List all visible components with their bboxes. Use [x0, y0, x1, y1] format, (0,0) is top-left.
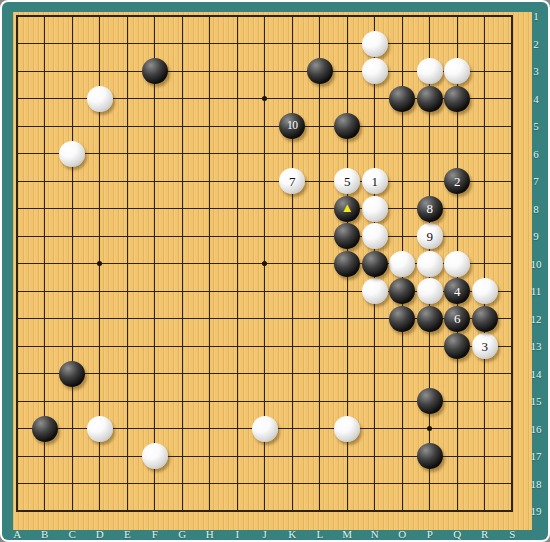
row-label-10: 10 [531, 258, 542, 269]
stone-black-C14[interactable] [59, 361, 85, 387]
stone-white-P11[interactable] [417, 278, 443, 304]
row-label-11: 11 [531, 286, 542, 297]
column-label-F: F [152, 529, 158, 540]
column-label-D: D [96, 529, 104, 540]
stone-white-N7[interactable]: 1 [362, 168, 388, 194]
grid-line-vertical [319, 15, 320, 512]
row-label-17: 17 [531, 451, 542, 462]
move-number-label: 1 [372, 175, 379, 188]
column-label-G: G [178, 529, 186, 540]
row-label-12: 12 [531, 313, 542, 324]
column-label-Q: Q [453, 529, 461, 540]
grid-line-vertical [292, 15, 293, 512]
stone-black-O12[interactable] [389, 306, 415, 332]
stone-black-R12[interactable] [472, 306, 498, 332]
stone-black-O4[interactable] [389, 86, 415, 112]
stone-black-N10[interactable] [362, 251, 388, 277]
stone-white-R11[interactable] [472, 278, 498, 304]
stone-white-J16[interactable] [252, 416, 278, 442]
stone-black-Q4[interactable] [444, 86, 470, 112]
move-number-label: 3 [482, 340, 489, 353]
stone-white-N8[interactable] [362, 196, 388, 222]
stone-black-F3[interactable] [142, 58, 168, 84]
stone-white-N9[interactable] [362, 223, 388, 249]
stone-white-Q10[interactable] [444, 251, 470, 277]
stone-black-P8[interactable]: 8 [417, 196, 443, 222]
stone-black-P4[interactable] [417, 86, 443, 112]
stone-black-P17[interactable] [417, 443, 443, 469]
column-label-S: S [509, 529, 515, 540]
row-label-8: 8 [533, 203, 539, 214]
stone-white-N11[interactable] [362, 278, 388, 304]
stone-white-D4[interactable] [87, 86, 113, 112]
stone-black-M8[interactable]: ▲ [334, 196, 360, 222]
column-label-A: A [13, 529, 21, 540]
move-number-label: 7 [289, 175, 296, 188]
move-number-label: 2 [454, 175, 461, 188]
row-label-6: 6 [533, 148, 539, 159]
stone-black-M10[interactable] [334, 251, 360, 277]
stone-white-D16[interactable] [87, 416, 113, 442]
column-label-N: N [371, 529, 379, 540]
stone-white-P10[interactable] [417, 251, 443, 277]
move-number-label: 8 [427, 202, 434, 215]
stone-black-L3[interactable] [307, 58, 333, 84]
row-label-15: 15 [531, 396, 542, 407]
grid-line-horizontal [16, 510, 513, 512]
grid-line-vertical [511, 15, 513, 512]
row-label-2: 2 [533, 38, 539, 49]
stone-white-C6[interactable] [59, 141, 85, 167]
row-label-7: 7 [533, 176, 539, 187]
column-label-O: O [398, 529, 406, 540]
row-label-3: 3 [533, 66, 539, 77]
row-label-19: 19 [531, 506, 542, 517]
stone-white-R13[interactable]: 3 [472, 333, 498, 359]
stone-black-P12[interactable] [417, 306, 443, 332]
row-label-13: 13 [531, 341, 542, 352]
column-label-H: H [206, 529, 214, 540]
move-number-label: 4 [454, 285, 461, 298]
stone-white-O10[interactable] [389, 251, 415, 277]
stone-white-N2[interactable] [362, 31, 388, 57]
stone-white-P9[interactable]: 9 [417, 223, 443, 249]
triangle-mark-icon: ▲ [341, 201, 354, 214]
stone-white-P3[interactable] [417, 58, 443, 84]
stone-white-F17[interactable] [142, 443, 168, 469]
stone-black-Q12[interactable]: 6 [444, 306, 470, 332]
go-diagram-window: 75193102▲846 ABCDEFGHIJKLMNOPQRS12345678… [0, 0, 550, 542]
grid-line-horizontal [16, 483, 513, 484]
stone-white-M16[interactable] [334, 416, 360, 442]
column-label-J: J [263, 529, 267, 540]
row-label-14: 14 [531, 368, 542, 379]
move-number-label: 9 [427, 230, 434, 243]
column-label-M: M [342, 529, 352, 540]
column-label-L: L [316, 529, 323, 540]
column-label-K: K [288, 529, 296, 540]
row-label-5: 5 [533, 121, 539, 132]
column-label-P: P [427, 529, 433, 540]
stone-black-B16[interactable] [32, 416, 58, 442]
stone-black-P15[interactable] [417, 388, 443, 414]
move-number-label: 6 [454, 312, 461, 325]
row-label-4: 4 [533, 93, 539, 104]
move-number-label: 10 [287, 120, 298, 132]
row-label-16: 16 [531, 423, 542, 434]
column-label-R: R [481, 529, 488, 540]
column-label-B: B [41, 529, 48, 540]
row-label-9: 9 [533, 231, 539, 242]
column-label-E: E [124, 529, 131, 540]
column-label-C: C [69, 529, 76, 540]
row-label-1: 1 [533, 11, 539, 22]
grid-line-horizontal [16, 373, 513, 374]
move-number-label: 5 [344, 175, 351, 188]
stone-white-N3[interactable] [362, 58, 388, 84]
grid-line-horizontal [16, 346, 513, 347]
column-label-I: I [235, 529, 239, 540]
grid-line-vertical [484, 15, 485, 512]
row-label-18: 18 [531, 478, 542, 489]
